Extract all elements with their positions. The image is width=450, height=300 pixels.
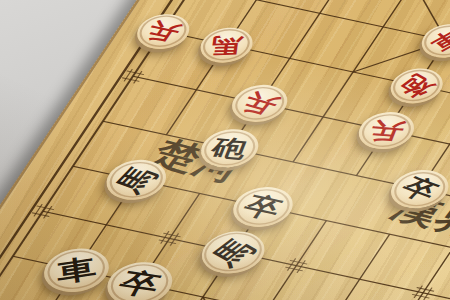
xiangqi-piece-red-soldier[interactable]: 兵 (350, 107, 424, 153)
xiangqi-piece-black-horse[interactable]: 馬 (191, 226, 274, 278)
piece-glyph: 卒 (239, 192, 287, 222)
pieces-grid: 兵馬兵車炮兵砲馬卒馬車卒卒 (0, 0, 450, 300)
xiangqi-piece-red-soldier[interactable]: 兵 (223, 80, 297, 126)
piece-glyph: 馬 (207, 235, 260, 270)
piece-glyph: 卒 (114, 268, 165, 299)
piece-glyph: 車 (55, 254, 97, 286)
piece-glyph: 馬 (210, 34, 244, 56)
xiangqi-piece-red-chariot[interactable]: 車 (413, 20, 450, 62)
xiangqi-board: 楚河 漢界 兵馬兵車炮兵砲馬卒馬車卒卒 (0, 0, 450, 300)
photo-stage: 楚河 漢界 兵馬兵車炮兵砲馬卒馬車卒卒 (0, 0, 450, 300)
board-cell: 馬 (90, 150, 183, 209)
xiangqi-piece-black-cannon[interactable]: 砲 (191, 124, 267, 172)
xiangqi-piece-red-cannon[interactable]: 炮 (382, 64, 450, 108)
xiangqi-piece-red-horse[interactable]: 馬 (192, 23, 261, 67)
piece-glyph: 車 (426, 26, 450, 54)
xiangqi-piece-black-soldier[interactable]: 卒 (382, 165, 450, 213)
piece-glyph: 兵 (237, 89, 282, 118)
board-cell: 卒 (373, 160, 450, 219)
piece-glyph: 炮 (395, 71, 439, 100)
piece-glyph: 馬 (111, 164, 161, 197)
xiangqi-piece-red-soldier[interactable]: 兵 (128, 9, 197, 53)
piece-glyph: 砲 (209, 136, 251, 161)
xiangqi-piece-black-horse[interactable]: 馬 (97, 155, 176, 205)
xiangqi-piece-black-soldier[interactable]: 卒 (223, 182, 302, 232)
piece-glyph: 卒 (396, 174, 443, 205)
piece-glyph: 兵 (366, 118, 406, 143)
piece-glyph: 兵 (143, 18, 184, 44)
